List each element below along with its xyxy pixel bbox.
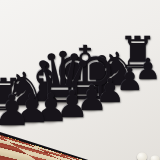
- background: [0, 0, 160, 160]
- chess-set-photo: ♜♟♞♟♝♚♝♛♟♞♜♟♟♟♟♟: [0, 0, 160, 160]
